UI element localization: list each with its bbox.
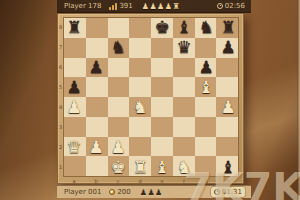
square-c6[interactable] [108, 58, 130, 78]
square-e5[interactable] [151, 77, 173, 97]
black-pawn-h7[interactable]: ♟ [217, 37, 239, 57]
rank-label-3: 3 [58, 117, 63, 137]
square-d3[interactable] [129, 117, 151, 137]
square-e3[interactable] [151, 117, 173, 137]
square-h2[interactable] [216, 137, 238, 157]
file-label-d: d [129, 178, 151, 185]
square-h6[interactable] [216, 58, 238, 78]
square-d6[interactable] [129, 58, 151, 78]
black-queen-f7[interactable]: ♛ [173, 37, 195, 57]
square-a3[interactable] [64, 117, 86, 137]
square-e4[interactable] [151, 97, 173, 117]
clock-icon [217, 3, 223, 9]
captured-white-piece-icon: ♟ [149, 2, 157, 11]
player-score: 200 [117, 188, 130, 196]
player-clock: 01:31 [211, 187, 245, 197]
square-b7[interactable] [86, 38, 108, 58]
black-king-e8[interactable]: ♚ [151, 17, 173, 37]
square-c3[interactable] [108, 117, 130, 137]
white-pawn-c2[interactable]: ♟ [107, 137, 129, 157]
square-c4[interactable] [108, 97, 130, 117]
square-e2[interactable] [151, 137, 173, 157]
white-bishop-e1[interactable]: ♝ [151, 157, 173, 177]
square-f4[interactable] [173, 97, 195, 117]
gold-coin-icon [109, 189, 115, 195]
chess-game-screen: Player 178 391 ♟♟♟♟♜ 02:56 87654321abcde… [0, 0, 300, 200]
file-label-h: h [217, 178, 239, 185]
white-pawn-b2[interactable]: ♟ [85, 137, 107, 157]
square-e6[interactable] [151, 58, 173, 78]
file-label-a: a [63, 178, 85, 185]
rank-label-1: 1 [58, 157, 63, 177]
captured-white-piece-icon: ♜ [172, 2, 180, 11]
white-rook-d1[interactable]: ♜ [129, 157, 151, 177]
captured-black-piece-icon: ♟ [140, 188, 148, 197]
white-queen-a2[interactable]: ♛ [63, 137, 85, 157]
opponent-info-bar: Player 178 391 ♟♟♟♟♜ 02:56 [57, 0, 251, 13]
black-rook-a8[interactable]: ♜ [63, 17, 85, 37]
square-f6[interactable] [173, 58, 195, 78]
square-b4[interactable] [86, 97, 108, 117]
square-f5[interactable] [173, 77, 195, 97]
file-label-g: g [195, 178, 217, 185]
captured-black-piece-icon: ♟ [147, 188, 155, 197]
square-h3[interactable] [216, 117, 238, 137]
clock-icon [214, 189, 220, 195]
captured-white-pieces-tray: ♟♟♟♟♜ [142, 2, 180, 11]
black-knight-g8[interactable]: ♞ [195, 17, 217, 37]
square-b1[interactable] [86, 156, 108, 176]
square-f3[interactable] [173, 117, 195, 137]
square-a1[interactable] [64, 156, 86, 176]
square-b8[interactable] [86, 18, 108, 38]
captured-black-piece-icon: ♟ [155, 188, 163, 197]
player-clock-time: 01:31 [222, 188, 242, 196]
square-b3[interactable] [86, 117, 108, 137]
white-bishop-g5[interactable]: ♝ [195, 77, 217, 97]
square-d7[interactable] [129, 38, 151, 58]
opponent-rating: 391 [119, 2, 132, 10]
player-info-bar: Player 001 200 ♟♟♟ 01:31 [57, 185, 251, 198]
square-d2[interactable] [129, 137, 151, 157]
black-bishop-f8[interactable]: ♝ [173, 17, 195, 37]
opponent-name: Player 178 [64, 2, 101, 10]
player-name: Player 001 [64, 188, 101, 196]
rank-label-7: 7 [58, 37, 63, 57]
square-d8[interactable] [129, 18, 151, 38]
opponent-clock: 02:56 [217, 2, 245, 10]
square-h5[interactable] [216, 77, 238, 97]
white-king-c1[interactable]: ♚ [107, 157, 129, 177]
white-knight-f1[interactable]: ♞ [173, 157, 195, 177]
rank-label-6: 6 [58, 57, 63, 77]
white-pawn-a4[interactable]: ♟ [63, 97, 85, 117]
square-b5[interactable] [86, 77, 108, 97]
file-label-f: f [173, 178, 195, 185]
captured-white-piece-icon: ♟ [157, 2, 165, 11]
square-g1[interactable] [195, 156, 217, 176]
square-a6[interactable] [64, 58, 86, 78]
black-bishop-h1[interactable]: ♝ [217, 157, 239, 177]
square-g7[interactable] [195, 38, 217, 58]
black-knight-c7[interactable]: ♞ [107, 37, 129, 57]
file-label-b: b [85, 178, 107, 185]
file-label-c: c [107, 178, 129, 185]
square-c8[interactable] [108, 18, 130, 38]
black-pawn-a5[interactable]: ♟ [63, 77, 85, 97]
black-pawn-b6[interactable]: ♟ [85, 57, 107, 77]
square-e7[interactable] [151, 38, 173, 58]
square-g2[interactable] [195, 137, 217, 157]
white-pawn-h4[interactable]: ♟ [217, 97, 239, 117]
captured-black-pieces-tray: ♟♟♟ [140, 188, 163, 197]
square-d5[interactable] [129, 77, 151, 97]
rating-bars-icon [109, 3, 117, 10]
white-knight-d4[interactable]: ♞ [129, 97, 151, 117]
square-f2[interactable] [173, 137, 195, 157]
black-pawn-g6[interactable]: ♟ [195, 57, 217, 77]
square-c5[interactable] [108, 77, 130, 97]
file-label-e: e [151, 178, 173, 185]
chess-board-frame: 87654321abcdefgh ♜♚♝♞♜♞♛♟♟♟♟♝♟♞♟♛♟♟♚♜♝♞♝ [57, 13, 244, 184]
opponent-clock-time: 02:56 [225, 2, 245, 10]
black-rook-h8[interactable]: ♜ [217, 17, 239, 37]
square-a7[interactable] [64, 38, 86, 58]
square-g3[interactable] [195, 117, 217, 137]
square-g4[interactable] [195, 97, 217, 117]
